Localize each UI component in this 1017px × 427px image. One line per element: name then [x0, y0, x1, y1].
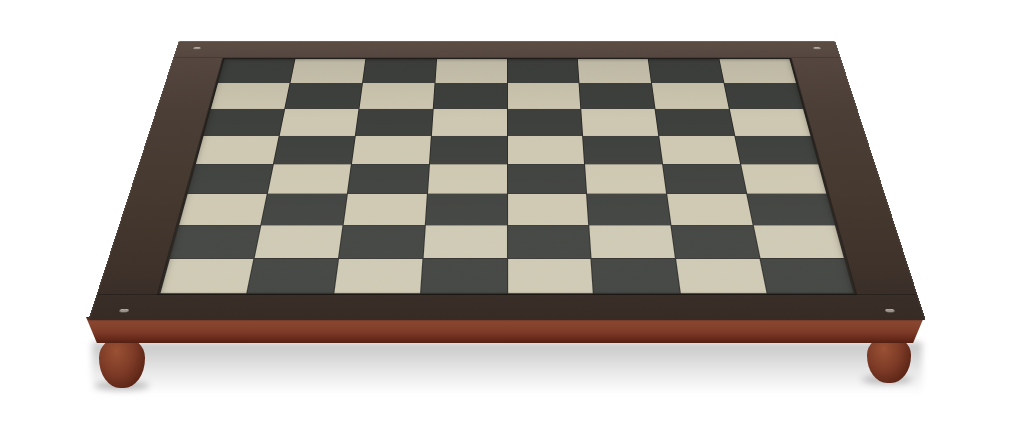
board-square: [160, 259, 253, 294]
board-square: [170, 226, 260, 259]
board-square: [290, 59, 365, 83]
board-square: [343, 194, 426, 225]
board-square: [578, 59, 651, 83]
chessboard: [88, 41, 925, 320]
board-square: [672, 226, 760, 259]
board-square: [363, 59, 436, 83]
screw-dot-icon: [885, 309, 895, 313]
board-square: [432, 109, 507, 136]
board-square: [334, 259, 422, 294]
board-square: [352, 136, 431, 164]
board-grid: [158, 58, 856, 294]
board-square: [649, 59, 724, 83]
board-square: [433, 83, 506, 108]
board-square: [592, 259, 680, 294]
product-photo-scene: [0, 0, 1017, 427]
board-square: [582, 109, 659, 136]
board-square: [730, 109, 810, 136]
board-square: [285, 83, 362, 108]
board-square: [421, 259, 507, 294]
board-square: [507, 109, 582, 136]
board-square: [430, 136, 507, 164]
board-square: [428, 164, 507, 193]
board-square: [188, 164, 273, 193]
board-square: [735, 136, 818, 164]
board-square: [508, 226, 591, 259]
board-square: [507, 83, 580, 108]
board-cast-shadow: [92, 342, 922, 397]
screw-dot-icon: [193, 47, 201, 49]
board-square: [356, 109, 433, 136]
board-square: [211, 83, 289, 108]
board-square: [725, 83, 803, 108]
board-square: [339, 226, 425, 259]
screw-dot-icon: [813, 47, 821, 49]
board-square: [583, 136, 662, 164]
board-square: [508, 164, 587, 193]
board-square: [754, 226, 844, 259]
board-side-edge: [86, 317, 924, 343]
board-square: [196, 136, 279, 164]
board-square: [587, 194, 670, 225]
board-square: [590, 226, 676, 259]
board-square: [720, 59, 796, 83]
board-square: [435, 59, 506, 83]
board-square: [656, 109, 735, 136]
board-square: [359, 83, 434, 108]
board-square: [585, 164, 666, 193]
frame-joint-seam-near: [97, 294, 916, 295]
board-square: [425, 194, 506, 225]
board-square: [204, 109, 284, 136]
board-square: [741, 164, 826, 193]
board-square: [508, 259, 594, 294]
board-square: [254, 226, 342, 259]
board-square: [761, 259, 854, 294]
board-square: [261, 194, 346, 225]
board-square: [280, 109, 359, 136]
board-square: [423, 226, 506, 259]
board-square: [663, 164, 746, 193]
board-square: [507, 59, 578, 83]
board-square: [652, 83, 729, 108]
board-square: [507, 136, 584, 164]
board-square: [268, 164, 351, 193]
board-square: [676, 259, 766, 294]
board-square: [508, 194, 589, 225]
screw-dot-icon: [119, 309, 129, 313]
board-square: [274, 136, 355, 164]
board-square: [580, 83, 655, 108]
board-square: [348, 164, 429, 193]
board-square: [667, 194, 752, 225]
board-square: [179, 194, 266, 225]
board-square: [218, 59, 294, 83]
board-square: [659, 136, 740, 164]
board-square: [247, 259, 337, 294]
board-square: [747, 194, 834, 225]
